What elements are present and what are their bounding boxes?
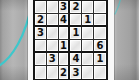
sudoku-cell-r1c4[interactable]: 2 xyxy=(70,1,82,14)
sudoku-cell-r6c6[interactable] xyxy=(94,66,106,79)
cell-digit: 1 xyxy=(97,54,104,64)
cell-digit: 2 xyxy=(37,14,44,24)
sudoku-cell-r2c3[interactable]: 4 xyxy=(59,14,71,27)
sudoku-cell-r2c4[interactable] xyxy=(70,14,82,27)
cell-digit: 2 xyxy=(60,67,67,77)
sudoku-cell-r6c5[interactable] xyxy=(82,66,94,79)
sudoku-grid: 32241311634123 xyxy=(33,0,108,80)
sudoku-cell-r6c3[interactable]: 2 xyxy=(59,66,71,79)
sudoku-cell-r6c2[interactable] xyxy=(47,66,59,79)
sudoku-cell-r5c1[interactable] xyxy=(35,53,47,66)
sudoku-cell-r4c3[interactable]: 1 xyxy=(59,40,71,53)
sudoku-cell-r2c2[interactable] xyxy=(47,14,59,27)
sudoku-cell-r3c4[interactable]: 1 xyxy=(70,27,82,40)
sudoku-cell-r5c3[interactable] xyxy=(59,53,71,66)
cell-digit: 4 xyxy=(72,54,79,64)
cell-digit: 3 xyxy=(60,2,67,12)
cell-digit: 2 xyxy=(72,2,79,12)
cell-digit: 3 xyxy=(37,28,44,38)
page-background: { "game": "sudoku", "variant": "6x6 sudo… xyxy=(0,0,139,80)
sudoku-cell-r5c5[interactable] xyxy=(82,53,94,66)
cell-digit: 3 xyxy=(49,54,56,64)
sudoku-cell-r5c4[interactable]: 4 xyxy=(70,53,82,66)
cell-digit: 6 xyxy=(97,40,104,50)
sudoku-cell-r3c1[interactable]: 3 xyxy=(35,27,47,40)
sudoku-cell-r4c5[interactable] xyxy=(82,40,94,53)
sudoku-cell-r2c6[interactable] xyxy=(94,14,106,27)
right-margin-panel xyxy=(113,0,139,80)
sudoku-cell-r4c2[interactable] xyxy=(47,40,59,53)
sudoku-cell-r2c5[interactable]: 1 xyxy=(82,14,94,27)
sudoku-cell-r1c2[interactable] xyxy=(47,1,59,14)
sudoku-cell-r4c1[interactable] xyxy=(35,40,47,53)
sudoku-cell-r4c4[interactable] xyxy=(70,40,82,53)
left-margin-panel xyxy=(0,0,29,80)
sudoku-cell-r5c2[interactable]: 3 xyxy=(47,53,59,66)
sudoku-cell-r3c2[interactable] xyxy=(47,27,59,40)
sudoku-cell-r2c1[interactable]: 2 xyxy=(35,14,47,27)
sudoku-cell-r4c6[interactable]: 6 xyxy=(94,40,106,53)
cell-digit: 1 xyxy=(84,14,91,24)
sudoku-cell-r6c4[interactable]: 3 xyxy=(70,66,82,79)
sudoku-cell-r3c5[interactable] xyxy=(82,27,94,40)
cell-digit: 1 xyxy=(60,40,67,50)
sudoku-cell-r5c6[interactable]: 1 xyxy=(94,53,106,66)
sudoku-cell-r6c1[interactable] xyxy=(35,66,47,79)
cell-digit: 4 xyxy=(60,14,67,24)
cell-digit: 3 xyxy=(72,67,79,77)
cell-digit: 1 xyxy=(72,28,79,38)
sudoku-cell-r1c6[interactable] xyxy=(94,1,106,14)
